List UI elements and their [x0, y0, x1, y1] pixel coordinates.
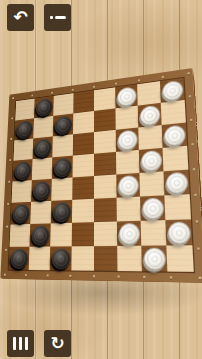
nail-dot [10, 138, 12, 140]
square-c3r4[interactable] [52, 156, 73, 179]
checker-black[interactable] [54, 115, 72, 135]
nail-dot [170, 276, 172, 278]
nail-dot [3, 273, 5, 275]
undo-icon: ↶ [13, 9, 27, 26]
nail-dot [6, 226, 8, 228]
square-c5r6[interactable] [94, 198, 117, 222]
board-frame [0, 68, 202, 283]
restart-button[interactable]: ↻ [44, 330, 71, 357]
square-c2r6[interactable] [30, 201, 51, 224]
square-c2r1[interactable] [34, 96, 54, 118]
nail-dot [31, 94, 33, 96]
nail-dot [46, 274, 48, 276]
checker-white[interactable] [117, 86, 137, 107]
square-c2r8[interactable] [29, 247, 51, 271]
checker-white[interactable] [140, 150, 161, 172]
checker-black[interactable] [52, 201, 71, 221]
square-c7r5[interactable] [139, 171, 164, 196]
square-c1r5[interactable] [12, 180, 32, 203]
square-c5r8[interactable] [94, 246, 117, 271]
square-c4r8[interactable] [71, 246, 94, 271]
square-c4r5[interactable] [72, 176, 94, 200]
nail-dot [12, 97, 14, 99]
square-c6r4[interactable] [116, 150, 139, 175]
nail-dot [143, 275, 145, 277]
checker-white[interactable] [139, 104, 160, 125]
square-c2r7[interactable] [29, 223, 50, 246]
checkers-board: Blanc:12 Noir:12 NIVEAU DEBUTANT [0, 68, 202, 283]
square-c5r5[interactable] [94, 174, 117, 198]
square-c7r7[interactable] [141, 220, 167, 246]
checker-black[interactable] [35, 97, 52, 116]
nail-dot [188, 95, 190, 97]
square-c8r7[interactable] [165, 219, 192, 245]
square-c7r8[interactable] [141, 245, 167, 271]
checker-black[interactable] [31, 225, 49, 245]
square-c8r1[interactable] [160, 78, 185, 103]
square-c8r3[interactable] [162, 123, 188, 148]
nail-dot [191, 143, 193, 145]
nail-dot [9, 159, 11, 161]
square-c4r6[interactable] [72, 199, 94, 223]
square-c4r1[interactable] [73, 90, 94, 113]
square-c4r7[interactable] [72, 222, 94, 246]
checker-white[interactable] [117, 129, 137, 150]
checker-black[interactable] [16, 120, 33, 139]
square-c3r6[interactable] [51, 200, 73, 224]
nail-dot [190, 119, 192, 121]
square-c6r2[interactable] [115, 106, 138, 130]
checker-white[interactable] [118, 175, 139, 197]
square-c6r8[interactable] [117, 246, 142, 272]
square-c6r7[interactable] [117, 221, 141, 246]
nail-dot [187, 72, 189, 74]
nail-dot [197, 248, 199, 250]
square-c3r8[interactable] [50, 246, 72, 270]
square-c3r2[interactable] [53, 113, 73, 136]
square-c3r3[interactable] [52, 134, 73, 157]
checker-white[interactable] [165, 171, 188, 193]
square-c6r3[interactable] [116, 127, 139, 151]
nail-dot [187, 72, 189, 74]
checker-white[interactable] [118, 222, 139, 244]
checker-black[interactable] [51, 248, 70, 269]
nail-dot [118, 275, 120, 277]
menu-button[interactable] [7, 330, 34, 357]
nail-dot [115, 82, 117, 84]
square-c7r6[interactable] [140, 195, 165, 220]
square-c1r6[interactable] [11, 202, 32, 225]
square-c8r2[interactable] [161, 100, 186, 125]
square-c8r8[interactable] [166, 245, 194, 272]
nail-dot [93, 85, 95, 87]
nail-dot [162, 75, 164, 77]
nail-dot [198, 276, 201, 278]
nail-dot [69, 274, 71, 276]
square-c1r4[interactable] [12, 159, 32, 181]
nail-dot [194, 194, 196, 196]
restart-icon: ↻ [50, 335, 64, 352]
square-c3r7[interactable] [50, 223, 72, 247]
checker-white[interactable] [163, 124, 185, 146]
square-c2r4[interactable] [32, 157, 53, 180]
square-c6r6[interactable] [117, 197, 141, 222]
square-c4r4[interactable] [73, 154, 94, 178]
dot-dash-icon [50, 16, 66, 19]
square-c5r7[interactable] [94, 221, 117, 246]
checker-black[interactable] [32, 180, 50, 200]
nail-dot [11, 117, 13, 119]
square-c6r5[interactable] [116, 173, 140, 198]
checker-black[interactable] [34, 138, 52, 158]
nail-dot [8, 181, 10, 183]
square-c7r2[interactable] [138, 103, 162, 128]
square-c1r8[interactable] [8, 247, 29, 270]
app-screen: Blanc:12 Noir:12 NIVEAU DEBUTANT ↶ ↻ [0, 0, 202, 359]
dot-dash-button[interactable] [44, 4, 71, 31]
checker-black[interactable] [12, 203, 30, 223]
square-c1r1[interactable] [15, 99, 34, 121]
square-c7r3[interactable] [138, 125, 162, 150]
square-c4r2[interactable] [73, 111, 94, 134]
square-c2r2[interactable] [33, 116, 53, 139]
square-c3r1[interactable] [53, 93, 73, 116]
nail-dot [195, 221, 197, 223]
nail-dot [5, 249, 7, 251]
checker-white[interactable] [143, 247, 166, 270]
nail-dot [72, 88, 74, 90]
checker-white[interactable] [142, 197, 164, 219]
checker-black[interactable] [10, 248, 28, 268]
square-c5r3[interactable] [94, 130, 116, 154]
square-c6r1[interactable] [115, 84, 138, 108]
checker-white[interactable] [167, 221, 191, 244]
square-c2r3[interactable] [33, 136, 53, 159]
undo-button[interactable]: ↶ [7, 4, 34, 31]
nail-dot [25, 274, 27, 276]
square-c1r3[interactable] [13, 138, 33, 160]
square-c5r1[interactable] [94, 87, 115, 111]
menu-bars-icon [13, 337, 28, 350]
nail-dot [93, 275, 95, 277]
nail-dot [51, 91, 53, 93]
square-c7r1[interactable] [137, 81, 161, 105]
square-c5r2[interactable] [94, 108, 116, 132]
checker-black[interactable] [53, 157, 71, 177]
square-c3r5[interactable] [51, 177, 72, 200]
square-c2r5[interactable] [31, 179, 52, 202]
square-c8r4[interactable] [163, 146, 189, 172]
nail-dot [198, 276, 201, 278]
nail-dot [138, 79, 140, 81]
checker-white[interactable] [161, 79, 183, 101]
checker-black[interactable] [14, 161, 31, 181]
square-c1r2[interactable] [14, 118, 34, 140]
square-c4r3[interactable] [73, 132, 94, 156]
square-c5r4[interactable] [94, 152, 116, 176]
nail-dot [192, 168, 194, 170]
nail-dot [7, 203, 9, 205]
square-c1r7[interactable] [9, 224, 30, 247]
board-grid [8, 78, 193, 272]
square-c8r6[interactable] [164, 194, 191, 220]
square-c7r4[interactable] [139, 148, 164, 173]
square-c8r5[interactable] [163, 170, 189, 196]
